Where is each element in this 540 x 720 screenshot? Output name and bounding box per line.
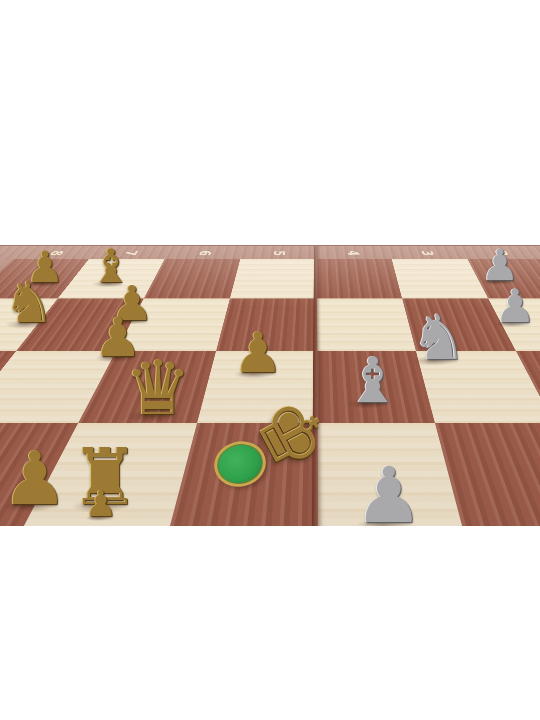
- piece-silver-pawn-b2[interactable]: ♟: [494, 283, 535, 329]
- silver-pawn-glyph: ♟: [354, 451, 423, 526]
- silver-pawn-glyph: ♟: [494, 279, 535, 333]
- piece-gold-knight-b8[interactable]: ♞: [3, 274, 54, 331]
- square-a5[interactable]: [230, 259, 316, 299]
- gold-pawn-glyph: ♟: [233, 320, 283, 385]
- piece-silver-pawn-e4[interactable]: ♟: [354, 457, 423, 526]
- silver-knight-glyph: ♞: [411, 301, 467, 374]
- piece-gold-pawn-c5[interactable]: ♟: [233, 325, 283, 381]
- rank-label-5: 5: [266, 248, 292, 258]
- board-photo-region: 87654321 ♟♝♞♟♟♟♛♟♜♟♟♟♞♝♟♚: [0, 195, 540, 526]
- rank-label-6: 6: [190, 248, 219, 258]
- piece-gold-pawn-e6[interactable]: ♟: [85, 486, 117, 522]
- square-a4[interactable]: [316, 259, 402, 299]
- gold-pawn-glyph: ♟: [2, 435, 68, 521]
- gold-queen-glyph: ♛: [124, 344, 191, 432]
- gold-knight-glyph: ♞: [3, 269, 54, 335]
- piece-gold-queen-c6[interactable]: ♛: [124, 351, 191, 426]
- white-backdrop: 87654321 ♟♝♞♟♟♟♛♟♜♟♟♟♞♝♟♚: [0, 0, 540, 720]
- piece-silver-bishop-c4[interactable]: ♝: [345, 349, 401, 412]
- silver-bishop-glyph: ♝: [345, 344, 401, 417]
- piece-silver-knight-c3[interactable]: ♞: [411, 306, 467, 369]
- rank-label-3: 3: [413, 248, 442, 258]
- gold-pawn-glyph: ♟: [85, 483, 117, 524]
- rank-label-4: 4: [340, 248, 366, 258]
- piece-gold-pawn-d7[interactable]: ♟: [2, 441, 68, 515]
